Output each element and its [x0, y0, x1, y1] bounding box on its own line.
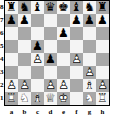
file-label-e: e — [57, 106, 70, 118]
piece-black-pawn[interactable]: ♟ — [44, 53, 57, 66]
square-e5[interactable] — [57, 40, 70, 53]
file-label-c: c — [31, 106, 44, 118]
square-h1[interactable]: ♜♖ — [96, 92, 109, 105]
piece-black-queen[interactable]: ♛ — [44, 1, 57, 14]
square-f6[interactable] — [70, 27, 83, 40]
square-g5[interactable] — [83, 40, 96, 53]
square-c4[interactable]: ♟♙ — [31, 53, 44, 66]
square-c3[interactable] — [31, 66, 44, 79]
piece-black-pawn[interactable]: ♟ — [83, 14, 96, 27]
square-e6[interactable]: ♟ — [57, 27, 70, 40]
square-e1[interactable]: ♚♔ — [57, 92, 70, 105]
file-label-b: b — [18, 106, 31, 118]
square-d8[interactable]: ♛ — [44, 1, 57, 14]
square-f2[interactable] — [70, 79, 83, 92]
file-label-g: g — [83, 106, 96, 118]
square-a1[interactable]: ♜♖ — [5, 92, 18, 105]
file-label-a: a — [5, 106, 18, 118]
square-d7[interactable] — [44, 14, 57, 27]
square-e8[interactable]: ♚ — [57, 1, 70, 14]
piece-black-pawn[interactable]: ♟ — [57, 27, 70, 40]
square-c7[interactable] — [31, 14, 44, 27]
file-label-d: d — [44, 106, 57, 118]
square-d6[interactable] — [44, 27, 57, 40]
square-a7[interactable]: ♟ — [5, 14, 18, 27]
square-f4[interactable]: ♟♙ — [70, 53, 83, 66]
square-f1[interactable] — [70, 92, 83, 105]
piece-white-queen[interactable]: ♕ — [44, 92, 57, 105]
piece-black-bishop[interactable]: ♝ — [31, 1, 44, 14]
square-b7[interactable]: ♟ — [18, 14, 31, 27]
square-d1[interactable]: ♛♕ — [44, 92, 57, 105]
square-f3[interactable] — [70, 66, 83, 79]
square-c1[interactable]: ♝♗ — [31, 92, 44, 105]
square-g6[interactable] — [83, 27, 96, 40]
square-d4[interactable]: ♟ — [44, 53, 57, 66]
square-b5[interactable] — [18, 40, 31, 53]
chess-diagram: 87654321 ♜♞♝♛♚♝♞♜♟♟♟♟♟♟♟♟♙♟♟♙♟♙♟♙♟♙♟♙♟♙♝… — [0, 0, 120, 120]
piece-black-pawn[interactable]: ♟ — [5, 14, 18, 27]
chessboard[interactable]: ♜♞♝♛♚♝♞♜♟♟♟♟♟♟♟♟♙♟♟♙♟♙♟♙♟♙♟♙♟♙♝♗♟♙♜♖♞♘♝♗… — [4, 0, 110, 106]
square-g7[interactable]: ♟ — [83, 14, 96, 27]
piece-white-pawn[interactable]: ♙ — [31, 53, 44, 66]
piece-black-pawn[interactable]: ♟ — [18, 14, 31, 27]
square-h7[interactable]: ♟ — [96, 14, 109, 27]
piece-black-pawn[interactable]: ♟ — [96, 14, 109, 27]
square-b4[interactable] — [18, 53, 31, 66]
piece-white-king[interactable]: ♔ — [57, 92, 70, 105]
square-h5[interactable] — [96, 40, 109, 53]
file-label-f: f — [70, 106, 83, 118]
square-a6[interactable] — [5, 27, 18, 40]
square-a4[interactable] — [5, 53, 18, 66]
piece-white-rook[interactable]: ♖ — [96, 92, 109, 105]
square-e4[interactable] — [57, 53, 70, 66]
file-label-h: h — [96, 106, 109, 118]
square-h6[interactable] — [96, 27, 109, 40]
file-labels: abcdefgh — [5, 106, 109, 118]
piece-white-bishop[interactable]: ♗ — [31, 92, 44, 105]
piece-black-pawn[interactable]: ♟ — [70, 14, 83, 27]
square-g1[interactable]: ♞♘ — [83, 92, 96, 105]
square-c8[interactable]: ♝ — [31, 1, 44, 14]
square-b6[interactable] — [18, 27, 31, 40]
piece-white-knight[interactable]: ♘ — [18, 92, 31, 105]
square-b1[interactable]: ♞♘ — [18, 92, 31, 105]
piece-black-king[interactable]: ♚ — [57, 1, 70, 14]
piece-white-rook[interactable]: ♖ — [5, 92, 18, 105]
square-h4[interactable] — [96, 53, 109, 66]
square-f7[interactable]: ♟ — [70, 14, 83, 27]
square-a5[interactable] — [5, 40, 18, 53]
piece-white-knight[interactable]: ♘ — [83, 92, 96, 105]
piece-white-pawn[interactable]: ♙ — [70, 53, 83, 66]
